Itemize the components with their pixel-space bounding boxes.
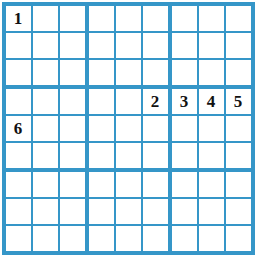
cell-r3-c8[interactable] <box>199 60 224 85</box>
cell-r7-c3[interactable] <box>60 172 85 197</box>
cell-r8-c3[interactable] <box>60 199 85 224</box>
cell-r6-c2[interactable] <box>33 143 58 168</box>
cell-r2-c3[interactable] <box>60 33 85 58</box>
cell-r3-c3[interactable] <box>60 60 85 85</box>
cell-r9-c6[interactable] <box>143 226 168 251</box>
cell-r7-c8[interactable] <box>199 172 224 197</box>
box-1-1: 1 <box>6 6 85 85</box>
cell-r5-c2[interactable] <box>33 116 58 141</box>
cell-r4-c7[interactable]: 3 <box>172 89 197 114</box>
cell-r2-c7[interactable] <box>172 33 197 58</box>
cell-r7-c7[interactable] <box>172 172 197 197</box>
cell-r2-c6[interactable] <box>143 33 168 58</box>
cell-r5-c9[interactable] <box>226 116 251 141</box>
cell-r3-c7[interactable] <box>172 60 197 85</box>
cell-r9-c5[interactable] <box>116 226 141 251</box>
cell-r3-c2[interactable] <box>33 60 58 85</box>
cell-r5-c6[interactable] <box>143 116 168 141</box>
cell-r9-c3[interactable] <box>60 226 85 251</box>
cell-r6-c1[interactable] <box>6 143 31 168</box>
cell-r3-c1[interactable] <box>6 60 31 85</box>
cell-r4-c8[interactable]: 4 <box>199 89 224 114</box>
cell-r4-c3[interactable] <box>60 89 85 114</box>
cell-r2-c2[interactable] <box>33 33 58 58</box>
cell-r9-c9[interactable] <box>226 226 251 251</box>
cell-r1-c5[interactable] <box>116 6 141 31</box>
cell-r1-c2[interactable] <box>33 6 58 31</box>
box-2-1: 6 <box>6 89 85 168</box>
cell-r7-c2[interactable] <box>33 172 58 197</box>
cell-r5-c8[interactable] <box>199 116 224 141</box>
cell-r3-c4[interactable] <box>89 60 114 85</box>
cell-r2-c1[interactable] <box>6 33 31 58</box>
cell-r2-c8[interactable] <box>199 33 224 58</box>
cell-r8-c7[interactable] <box>172 199 197 224</box>
cell-r8-c2[interactable] <box>33 199 58 224</box>
cell-r1-c3[interactable] <box>60 6 85 31</box>
cell-r6-c5[interactable] <box>116 143 141 168</box>
cell-r7-c4[interactable] <box>89 172 114 197</box>
cell-r5-c1[interactable]: 6 <box>6 116 31 141</box>
box-2-3: 345 <box>172 89 251 168</box>
cell-r9-c7[interactable] <box>172 226 197 251</box>
cell-r6-c3[interactable] <box>60 143 85 168</box>
cell-r4-c4[interactable] <box>89 89 114 114</box>
cell-r9-c8[interactable] <box>199 226 224 251</box>
cell-r8-c9[interactable] <box>226 199 251 224</box>
cell-r8-c5[interactable] <box>116 199 141 224</box>
sudoku-page: 162345 <box>0 0 256 256</box>
cell-r5-c3[interactable] <box>60 116 85 141</box>
cell-r1-c7[interactable] <box>172 6 197 31</box>
box-3-2 <box>89 172 168 251</box>
cell-r9-c4[interactable] <box>89 226 114 251</box>
cell-r7-c5[interactable] <box>116 172 141 197</box>
cell-r3-c6[interactable] <box>143 60 168 85</box>
cell-r8-c6[interactable] <box>143 199 168 224</box>
cell-r5-c7[interactable] <box>172 116 197 141</box>
cell-r7-c1[interactable] <box>6 172 31 197</box>
cell-r2-c4[interactable] <box>89 33 114 58</box>
cell-r6-c8[interactable] <box>199 143 224 168</box>
cell-r3-c5[interactable] <box>116 60 141 85</box>
cell-r1-c1[interactable]: 1 <box>6 6 31 31</box>
sudoku-board: 162345 <box>2 2 255 255</box>
cell-r1-c6[interactable] <box>143 6 168 31</box>
cell-r7-c6[interactable] <box>143 172 168 197</box>
cell-r1-c9[interactable] <box>226 6 251 31</box>
box-1-3 <box>172 6 251 85</box>
cell-r2-c9[interactable] <box>226 33 251 58</box>
cell-r4-c5[interactable] <box>116 89 141 114</box>
cell-r8-c1[interactable] <box>6 199 31 224</box>
cell-r6-c4[interactable] <box>89 143 114 168</box>
cell-r9-c1[interactable] <box>6 226 31 251</box>
cell-r4-c2[interactable] <box>33 89 58 114</box>
cell-r5-c5[interactable] <box>116 116 141 141</box>
box-2-2: 2 <box>89 89 168 168</box>
cell-r6-c9[interactable] <box>226 143 251 168</box>
cell-r7-c9[interactable] <box>226 172 251 197</box>
cell-r5-c4[interactable] <box>89 116 114 141</box>
box-1-2 <box>89 6 168 85</box>
cell-r4-c9[interactable]: 5 <box>226 89 251 114</box>
cell-r6-c6[interactable] <box>143 143 168 168</box>
cell-r1-c4[interactable] <box>89 6 114 31</box>
cell-r8-c4[interactable] <box>89 199 114 224</box>
cell-r6-c7[interactable] <box>172 143 197 168</box>
cell-r3-c9[interactable] <box>226 60 251 85</box>
box-3-3 <box>172 172 251 251</box>
box-3-1 <box>6 172 85 251</box>
cell-r2-c5[interactable] <box>116 33 141 58</box>
cell-r4-c6[interactable]: 2 <box>143 89 168 114</box>
cell-r9-c2[interactable] <box>33 226 58 251</box>
cell-r4-c1[interactable] <box>6 89 31 114</box>
cell-r1-c8[interactable] <box>199 6 224 31</box>
cell-r8-c8[interactable] <box>199 199 224 224</box>
